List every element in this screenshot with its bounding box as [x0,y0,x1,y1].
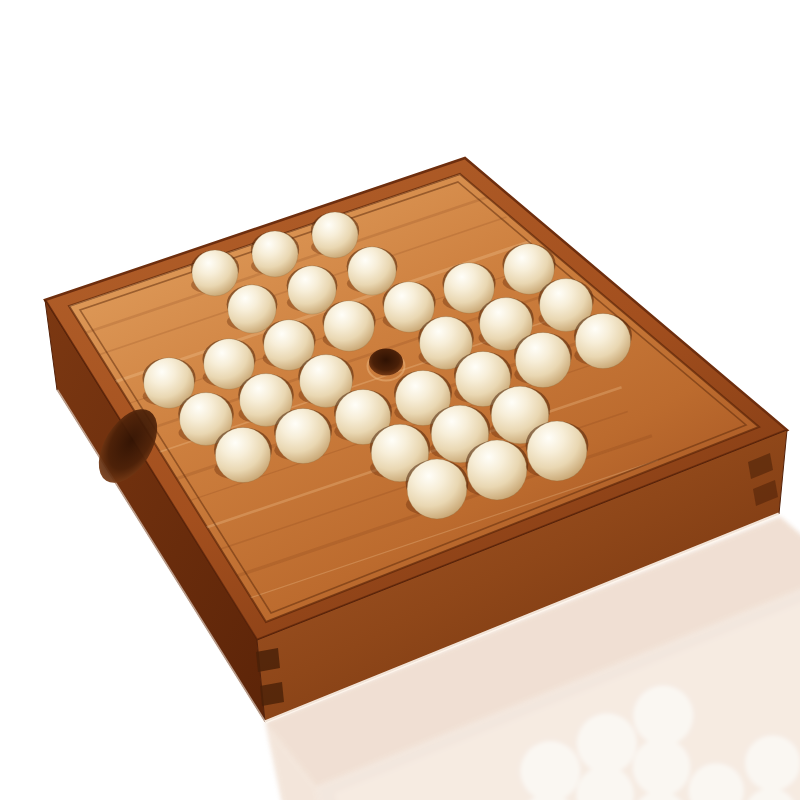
empty-center-hole[interactable] [369,349,403,376]
product-photo-canvas [0,0,800,800]
marble-r6-c3[interactable] [467,440,527,500]
marble-r4-c5[interactable] [515,332,570,387]
dovetail-joint [256,648,280,672]
marble-r0-c4[interactable] [312,212,358,258]
marble-r4-c0[interactable] [215,427,270,482]
dovetail-joint [260,682,284,706]
marble-r1-c3[interactable] [288,266,336,314]
marble-r6-c4[interactable] [527,421,587,481]
marble-r0-c3[interactable] [252,231,298,277]
marble-r2-c3[interactable] [324,301,375,352]
marble-r1-c2[interactable] [228,285,276,333]
marble-r4-c6[interactable] [575,313,630,368]
marble-r6-c2[interactable] [407,459,467,519]
scene-svg [0,0,800,800]
marble-r4-c1[interactable] [275,408,330,463]
marble-r1-c4[interactable] [348,247,396,295]
marble-r0-c2[interactable] [192,250,238,296]
